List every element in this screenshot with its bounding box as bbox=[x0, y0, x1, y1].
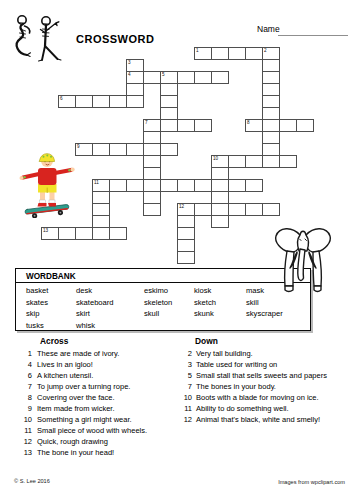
skateboarder-clipart bbox=[17, 150, 77, 218]
crossword-worksheet-page: CROSSWORD Name 12345678910111213 bbox=[0, 0, 354, 500]
image-credit-text: Images from wpclipart.com bbox=[278, 479, 345, 485]
cell-number: 5 bbox=[162, 73, 165, 78]
wordbank-word: skull bbox=[144, 308, 194, 320]
name-input-line[interactable] bbox=[278, 35, 348, 36]
clue-item: 9Item made from wicker. bbox=[14, 403, 172, 414]
clue-text: Covering over the face. bbox=[37, 392, 115, 403]
clue-item: 5Small stall that sells sweets and paper… bbox=[172, 370, 354, 381]
clue-number: 7 bbox=[172, 381, 196, 392]
crossword-cell[interactable] bbox=[109, 143, 127, 156]
clue-number: 9 bbox=[14, 403, 37, 414]
crossword-cell[interactable] bbox=[109, 227, 127, 240]
crossword-cell[interactable] bbox=[143, 203, 161, 216]
clue-number: 11 bbox=[14, 425, 37, 436]
crossword-cell[interactable] bbox=[194, 71, 212, 84]
cell-number: 9 bbox=[77, 145, 80, 150]
wordbank-word: kiosk bbox=[194, 285, 246, 297]
clue-text: Small stall that sells sweets and papers bbox=[196, 370, 327, 381]
crossword-cell[interactable] bbox=[194, 179, 212, 192]
down-heading: Down bbox=[195, 336, 354, 346]
clue-text: Boots with a blade for moving on ice. bbox=[196, 392, 319, 403]
wordbank-word: sketch bbox=[194, 297, 246, 309]
wordbank-word: desk bbox=[76, 285, 144, 297]
across-heading: Across bbox=[40, 336, 172, 346]
clue-text: The bones in your body. bbox=[196, 381, 276, 392]
crossword-cell[interactable] bbox=[262, 203, 280, 216]
clue-number: 2 bbox=[172, 348, 196, 359]
crossword-cell[interactable] bbox=[160, 143, 178, 156]
clue-number: 5 bbox=[172, 370, 196, 381]
crossword-cell[interactable] bbox=[194, 119, 212, 132]
crossword-cell[interactable] bbox=[92, 227, 110, 240]
clue-text: Quick, rough drawing bbox=[37, 436, 108, 447]
wordbank-word: eskimo bbox=[144, 285, 194, 297]
clue-item: 6A kitchen utensil. bbox=[14, 370, 172, 381]
clue-item: 1These are made of ivory. bbox=[14, 348, 172, 359]
crossword-cell[interactable] bbox=[143, 71, 161, 84]
crossword-cell[interactable] bbox=[279, 119, 297, 132]
clue-text: The bone in your head! bbox=[37, 447, 114, 458]
clue-text: These are made of ivory. bbox=[37, 348, 119, 359]
crossword-cell[interactable] bbox=[126, 179, 144, 192]
wordbank-word: basket bbox=[26, 285, 76, 297]
crossword-cell[interactable] bbox=[245, 47, 263, 60]
clue-text: A kitchen utensil. bbox=[37, 370, 93, 381]
clue-text: Ability to do something well. bbox=[196, 403, 289, 414]
clue-number: 8 bbox=[14, 392, 37, 403]
clue-number: 3 bbox=[172, 359, 196, 370]
crossword-cell[interactable] bbox=[228, 179, 246, 192]
clue-number: 13 bbox=[14, 447, 37, 458]
down-clues: Down 2Very tall building.3Table used for… bbox=[172, 336, 354, 425]
crossword-cell[interactable] bbox=[177, 179, 195, 192]
crossword-cell[interactable] bbox=[92, 95, 110, 108]
clue-number: 12 bbox=[14, 436, 37, 447]
crossword-cell[interactable] bbox=[228, 203, 246, 216]
clue-text: Animal that's black, white and smelly! bbox=[196, 414, 320, 425]
clue-item: 4Lives in an igloo! bbox=[14, 359, 172, 370]
clue-text: Small piece of wood with wheels. bbox=[37, 425, 147, 436]
crossword-cell[interactable] bbox=[296, 119, 314, 132]
cell-number: 1 bbox=[196, 49, 199, 54]
clue-text: Item made from wicker. bbox=[37, 403, 115, 414]
crossword-cell[interactable] bbox=[245, 155, 263, 168]
clue-item: 2Very tall building. bbox=[172, 348, 354, 359]
crossword-cell[interactable] bbox=[92, 143, 110, 156]
crossword-cell[interactable] bbox=[177, 71, 195, 84]
crossword-cell[interactable] bbox=[262, 155, 280, 168]
across-clues: Across 1These are made of ivory.4Lives i… bbox=[14, 336, 172, 458]
crossword-cell[interactable] bbox=[177, 119, 195, 132]
clue-text: Table used for writing on bbox=[196, 359, 277, 370]
cell-number: 8 bbox=[247, 121, 250, 126]
clue-item: 7To jump over a turning rope. bbox=[14, 381, 172, 392]
cell-number: 11 bbox=[94, 181, 99, 186]
clue-text: To jump over a turning rope. bbox=[37, 381, 130, 392]
wordbank-words: basketdeskeskimokioskmaskskatesskateboar… bbox=[16, 283, 310, 331]
clue-item: 11Small piece of wood with wheels. bbox=[14, 425, 172, 436]
clue-item: 10Something a girl might wear. bbox=[14, 414, 172, 425]
crossword-cell[interactable] bbox=[228, 47, 246, 60]
wordbank-word: skeleton bbox=[144, 297, 194, 309]
clue-item: 3Table used for writing on bbox=[172, 359, 354, 370]
crossword-cell[interactable] bbox=[126, 95, 144, 108]
wordbank-word: skates bbox=[26, 297, 76, 309]
clue-number: 10 bbox=[14, 414, 37, 425]
copyright-text: © S. Lee 2016 bbox=[14, 478, 50, 484]
name-label: Name bbox=[257, 24, 280, 34]
wordbank-title: WORDBANK bbox=[16, 269, 310, 283]
crossword-cell[interactable] bbox=[177, 251, 195, 264]
clue-item: 11Ability to do something well. bbox=[172, 403, 354, 414]
clue-text: Lives in an igloo! bbox=[37, 359, 93, 370]
clue-item: 13The bone in your head! bbox=[14, 447, 172, 458]
clue-number: 1 bbox=[14, 348, 37, 359]
crossword-cell[interactable] bbox=[211, 47, 229, 60]
cell-number: 3 bbox=[128, 61, 131, 66]
clue-item: 8Covering over the face. bbox=[14, 392, 172, 403]
crossword-cell[interactable] bbox=[228, 155, 246, 168]
crossword-cell[interactable] bbox=[194, 203, 212, 216]
crossword-cell[interactable] bbox=[160, 119, 178, 132]
clue-number: 12 bbox=[172, 414, 196, 425]
crossword-cell[interactable] bbox=[109, 95, 127, 108]
crossword-cell[interactable] bbox=[211, 215, 229, 228]
cell-number: 6 bbox=[60, 97, 63, 102]
crossword-cell[interactable] bbox=[160, 179, 178, 192]
clue-number: 11 bbox=[172, 403, 196, 414]
crossword-cell[interactable] bbox=[211, 71, 229, 84]
wordbank-word: skirt bbox=[76, 308, 144, 320]
clue-item: 12Quick, rough drawing bbox=[14, 436, 172, 447]
clue-text: Very tall building. bbox=[196, 348, 253, 359]
crossword-cell[interactable] bbox=[109, 179, 127, 192]
crossword-cell[interactable] bbox=[245, 203, 263, 216]
clue-text: Something a girl might wear. bbox=[37, 414, 132, 425]
clue-number: 6 bbox=[14, 370, 37, 381]
wordbank-word: skip bbox=[26, 308, 76, 320]
crossword-cell[interactable] bbox=[58, 227, 76, 240]
crossword-cell[interactable] bbox=[75, 227, 93, 240]
clue-number: 4 bbox=[14, 359, 37, 370]
wordbank-word: skunk bbox=[194, 308, 246, 320]
wordbank-word: skateboard bbox=[76, 297, 144, 309]
wordbank-box: WORDBANK basketdeskeskimokioskmaskskates… bbox=[15, 268, 311, 331]
cell-number: 7 bbox=[145, 121, 148, 126]
cell-number: 2 bbox=[264, 49, 267, 54]
clue-number: 10 bbox=[172, 392, 196, 403]
wordbank-word: whisk bbox=[76, 320, 144, 332]
page-title: CROSSWORD bbox=[76, 33, 154, 45]
crossword-cell[interactable] bbox=[126, 143, 144, 156]
cell-number: 12 bbox=[179, 205, 184, 210]
clue-item: 10Boots with a blade for moving on ice. bbox=[172, 392, 354, 403]
clue-item: 7The bones in your body. bbox=[172, 381, 354, 392]
crossword-cell[interactable] bbox=[75, 95, 93, 108]
crossword-cell[interactable] bbox=[279, 155, 297, 168]
cell-number: 4 bbox=[128, 73, 131, 78]
cell-number: 10 bbox=[213, 157, 218, 162]
wordbank-word: skyscraper bbox=[246, 308, 310, 320]
crossword-cell[interactable] bbox=[245, 179, 263, 192]
clue-number: 7 bbox=[14, 381, 37, 392]
wordbank-word: tusks bbox=[26, 320, 76, 332]
elephant-clipart bbox=[272, 223, 334, 303]
clue-item: 12Animal that's black, white and smelly! bbox=[172, 414, 354, 425]
cell-number: 13 bbox=[43, 229, 48, 234]
